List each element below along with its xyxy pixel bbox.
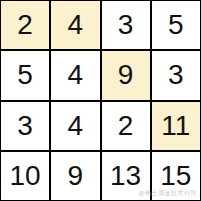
cell-r1c0: 5 bbox=[1, 51, 49, 99]
cell-r0c3: 5 bbox=[152, 1, 200, 49]
cell-r1c2: 9 bbox=[102, 51, 150, 99]
cell-r0c0: 2 bbox=[1, 1, 49, 49]
cell-r3c1: 9 bbox=[51, 152, 99, 200]
cell-r1c1: 4 bbox=[51, 51, 99, 99]
cell-r2c3: 11 bbox=[152, 102, 200, 150]
cell-r0c2: 3 bbox=[102, 1, 150, 49]
cell-r2c2: 2 bbox=[102, 102, 150, 150]
cell-r2c0: 3 bbox=[1, 102, 49, 150]
cell-r3c3: 15 bbox=[152, 152, 200, 200]
puzzle-board: 24355493342111091315@稀土掘金技术社区 bbox=[0, 0, 201, 201]
cell-r1c3: 3 bbox=[152, 51, 200, 99]
cell-r3c0: 10 bbox=[1, 152, 49, 200]
cell-r3c2: 13 bbox=[102, 152, 150, 200]
cell-r2c1: 4 bbox=[51, 102, 99, 150]
cell-r0c1: 4 bbox=[51, 1, 99, 49]
